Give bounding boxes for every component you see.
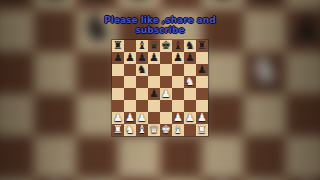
square-e1[interactable]: ♚ (160, 124, 172, 136)
square-e7[interactable] (160, 52, 172, 64)
piece-black-pawn: ♟ (185, 52, 195, 64)
square-e4[interactable]: ♟ (160, 88, 172, 100)
piece-white-bishop: ♝ (173, 124, 183, 136)
piece-white-rook: ♜ (113, 124, 123, 136)
square-g1[interactable] (184, 124, 196, 136)
square-d1[interactable]: ♛ (148, 124, 160, 136)
square-b6[interactable] (124, 64, 136, 76)
caption-text: Please like ,share and subscribe (90, 15, 230, 35)
square-f7[interactable]: ♟ (172, 52, 184, 64)
piece-white-queen: ♛ (149, 124, 159, 136)
square-g5[interactable]: ♞ (184, 76, 196, 88)
square-h8[interactable]: ♜ (196, 40, 208, 52)
square-g2[interactable]: ♟ (184, 112, 196, 124)
square-h4[interactable] (196, 88, 208, 100)
piece-white-bishop: ♝ (137, 124, 147, 136)
square-g7[interactable]: ♟ (184, 52, 196, 64)
caption-line-1: Please like ,share and (90, 15, 230, 25)
square-b4[interactable] (124, 88, 136, 100)
square-h6[interactable]: ♟ (196, 64, 208, 76)
piece-black-pawn: ♟ (149, 88, 159, 100)
piece-black-pawn: ♟ (173, 52, 183, 64)
square-a4[interactable] (112, 88, 124, 100)
square-e8[interactable]: ♚ (160, 40, 172, 52)
square-g4[interactable] (184, 88, 196, 100)
square-d6[interactable] (148, 64, 160, 76)
piece-white-knight: ♞ (185, 76, 195, 88)
square-a5[interactable] (112, 76, 124, 88)
square-e3[interactable] (160, 100, 172, 112)
piece-black-pawn: ♟ (125, 52, 135, 64)
piece-white-rook: ♜ (197, 124, 207, 136)
square-b5[interactable] (124, 76, 136, 88)
square-f1[interactable]: ♝ (172, 124, 184, 136)
square-b1[interactable]: ♞ (124, 124, 136, 136)
piece-black-pawn: ♟ (149, 52, 159, 64)
piece-black-pawn: ♟ (113, 52, 123, 64)
square-c6[interactable]: ♞ (136, 64, 148, 76)
square-c1[interactable]: ♝ (136, 124, 148, 136)
piece-black-knight: ♞ (137, 64, 147, 76)
piece-black-king: ♚ (161, 40, 171, 52)
square-d4[interactable]: ♟ (148, 88, 160, 100)
square-h1[interactable]: ♜ (196, 124, 208, 136)
square-e6[interactable] (160, 64, 172, 76)
square-h5[interactable] (196, 76, 208, 88)
square-c5[interactable] (136, 76, 148, 88)
square-f4[interactable] (172, 88, 184, 100)
piece-black-pawn: ♟ (197, 64, 207, 76)
piece-black-rook: ♜ (197, 40, 207, 52)
piece-white-pawn: ♟ (185, 112, 195, 124)
square-a6[interactable] (112, 64, 124, 76)
piece-white-king: ♚ (161, 124, 171, 136)
square-f6[interactable] (172, 64, 184, 76)
piece-white-knight: ♞ (125, 124, 135, 136)
chess-board: ♜♝♛♚♝♞♜♟♟♟♟♟♟♞♟♞♟♟♟♟♟♟♟♟♜♞♝♛♚♝♜ (112, 40, 208, 136)
piece-white-pawn: ♟ (161, 88, 171, 100)
square-d7[interactable]: ♟ (148, 52, 160, 64)
caption-line-2: subscribe (90, 25, 230, 35)
square-c4[interactable] (136, 88, 148, 100)
square-d3[interactable] (148, 100, 160, 112)
square-b7[interactable]: ♟ (124, 52, 136, 64)
square-a1[interactable]: ♜ (112, 124, 124, 136)
square-a7[interactable]: ♟ (112, 52, 124, 64)
square-f5[interactable] (172, 76, 184, 88)
